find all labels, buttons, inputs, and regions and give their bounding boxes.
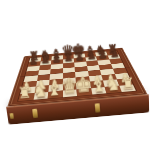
black-pawn: ♟ [98,49,108,60]
black-pawn: ♟ [40,54,50,65]
black-pawn: ♟ [109,48,119,59]
square-g1: ♞ [105,85,122,93]
squares-grid: ♜♞♝♛♚♝♞♜♟♟♟♟♟♟♟♟♟♟♟♟♟♟♟♟♜♞♝♛♚♝♞♜ [18,51,136,101]
square-f1: ♝ [91,87,107,95]
black-pawn: ♟ [28,55,38,66]
black-pawn: ♟ [86,50,96,61]
brass-hinge [10,113,14,119]
black-pawn: ♟ [63,52,73,63]
black-pawn: ♟ [51,53,61,64]
chess-board: ♜♞♝♛♚♝♞♜♟♟♟♟♟♟♟♟♟♟♟♟♟♟♟♟♜♞♝♛♚♝♞♜ [7,48,147,107]
brass-clasp-right [95,103,100,112]
photo-background: ♜♞♝♛♚♝♞♜♟♟♟♟♟♟♟♟♟♟♟♟♟♟♟♟♜♞♝♛♚♝♞♜ [0,0,150,150]
square-e1: ♚ [77,88,92,96]
scene-3d: ♜♞♝♛♚♝♞♜♟♟♟♟♟♟♟♟♟♟♟♟♟♟♟♟♜♞♝♛♚♝♞♜ [12,9,138,135]
white-rook: ♜ [18,84,33,100]
square-f7: ♟ [85,56,97,61]
square-a5 [25,70,38,76]
square-e7: ♟ [74,57,86,62]
white-knight: ♞ [105,75,121,93]
square-a7: ♟ [28,61,40,66]
brass-clasp-left [32,109,38,118]
square-h1: ♜ [119,84,136,92]
board-perspective-tilt: ♜♞♝♛♚♝♞♜♟♟♟♟♟♟♟♟♟♟♟♟♟♟♟♟♜♞♝♛♚♝♞♜ [0,0,150,150]
black-pawn: ♟ [74,51,84,62]
white-rook: ♜ [120,75,135,91]
